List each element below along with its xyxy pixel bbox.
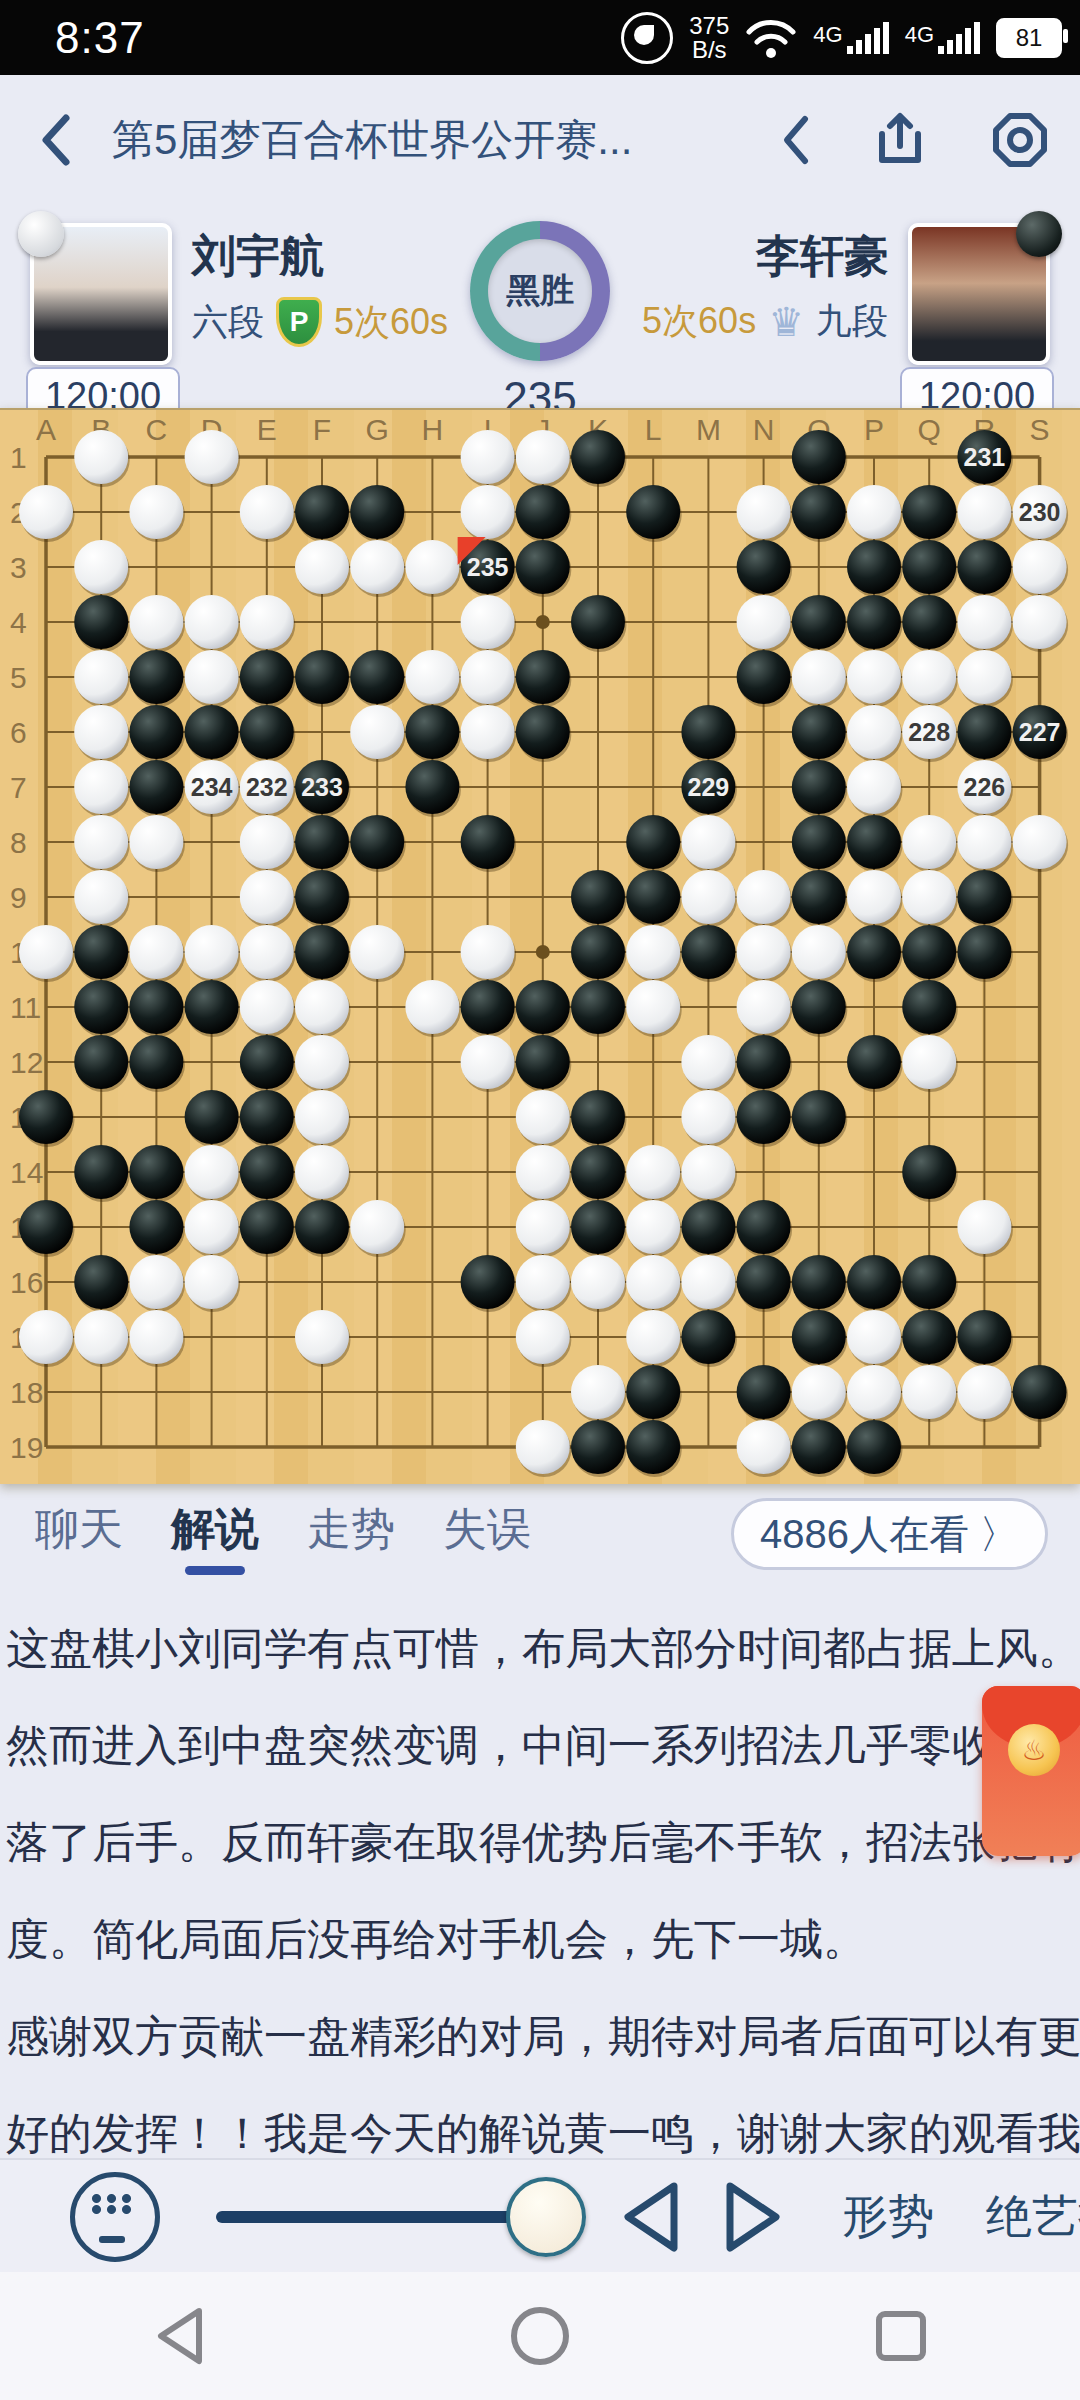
svg-text:8: 8 bbox=[10, 826, 27, 859]
svg-text:19: 19 bbox=[10, 1431, 43, 1464]
right-byoyomi: 5次60s bbox=[642, 297, 756, 346]
left-byoyomi: 5次60s bbox=[334, 298, 448, 347]
share-icon[interactable] bbox=[872, 112, 928, 168]
svg-text:1: 1 bbox=[10, 441, 27, 474]
red-envelope-icon[interactable]: ♨ bbox=[982, 1686, 1080, 1856]
white-stone-badge bbox=[18, 211, 64, 257]
svg-text:3: 3 bbox=[10, 551, 27, 584]
shield-badge-icon: P bbox=[276, 297, 322, 347]
svg-text:235: 235 bbox=[467, 553, 509, 581]
header-bar: 第5届梦百合杯世界公开赛... bbox=[0, 75, 1080, 205]
svg-text:L: L bbox=[645, 413, 662, 446]
svg-text:S: S bbox=[1030, 413, 1050, 446]
move-slider[interactable] bbox=[216, 2211, 546, 2223]
commentary-line: 感谢双方贡献一盘精彩的对局，期待对局者后面可以有更 bbox=[0, 1988, 1080, 2085]
svg-text:6: 6 bbox=[10, 716, 27, 749]
svg-text:F: F bbox=[313, 413, 331, 446]
network-speed: 375 B/s bbox=[689, 14, 729, 62]
svg-text:11: 11 bbox=[10, 991, 41, 1024]
right-player-info: 5次60s ♛ 九段 bbox=[642, 297, 888, 346]
commentary-text: 这盘棋小刘同学有点可惜，布局大部分时间都占据上风。然而进入到中盘突然变调，中间一… bbox=[0, 1600, 1080, 2182]
players-panel: 刘宇航 六段 P 5次60s 120:00 黑胜 235 李轩豪 5次60s ♛… bbox=[0, 205, 1080, 405]
crown-icon: ♛ bbox=[768, 299, 804, 345]
signal-bars-1 bbox=[847, 22, 889, 54]
next-button[interactable] bbox=[720, 2178, 790, 2256]
svg-text:A: A bbox=[36, 413, 56, 446]
svg-text:228: 228 bbox=[908, 718, 950, 746]
svg-text:N: N bbox=[753, 413, 775, 446]
tab-4[interactable]: 失误 bbox=[443, 1500, 531, 1569]
svg-text:227: 227 bbox=[1019, 718, 1061, 746]
right-player-rank: 九段 bbox=[816, 297, 888, 346]
svg-text:4: 4 bbox=[10, 606, 27, 639]
situation-button[interactable]: 形势 bbox=[842, 2186, 934, 2248]
status-icons: 375 B/s 4G 4G 81 bbox=[621, 12, 1062, 64]
svg-text:233: 233 bbox=[301, 773, 343, 801]
android-nav-bar bbox=[0, 2272, 1080, 2400]
svg-text:P: P bbox=[864, 413, 884, 446]
viewers-pill[interactable]: 4886人在看〉 bbox=[731, 1498, 1048, 1570]
avatar-white-player[interactable] bbox=[908, 223, 1050, 365]
bottom-toolbar: 形势 绝艺推荐 bbox=[0, 2158, 1080, 2274]
nav-recents-icon[interactable] bbox=[871, 2306, 931, 2366]
slider-thumb[interactable] bbox=[506, 2177, 586, 2257]
wifi-icon bbox=[745, 16, 797, 60]
result-label: 黑胜 bbox=[488, 239, 592, 343]
go-board-svg: ABCDEFGHIJKLMNOPQRS123456789101112131415… bbox=[0, 410, 1080, 1484]
clock: 8:37 bbox=[55, 13, 145, 63]
tab-1[interactable]: 聊天 bbox=[35, 1500, 123, 1569]
black-stone-badge bbox=[1016, 211, 1062, 257]
commentary-line: 这盘棋小刘同学有点可惜，布局大部分时间都占据上风。 bbox=[0, 1600, 1080, 1697]
commentary-line: 度。简化局面后没再给对手机会，先下一城。 bbox=[0, 1891, 1080, 1988]
nav-back-icon[interactable] bbox=[149, 2303, 209, 2369]
settings-icon[interactable] bbox=[990, 110, 1050, 170]
nav-home-icon[interactable] bbox=[507, 2303, 573, 2369]
svg-text:18: 18 bbox=[10, 1376, 43, 1409]
app-screen: 8:37 375 B/s 4G 4G 81 bbox=[0, 0, 1080, 2400]
left-player-name: 刘宇航 bbox=[192, 227, 324, 286]
svg-text:7: 7 bbox=[10, 771, 27, 804]
svg-text:H: H bbox=[422, 413, 444, 446]
svg-text:14: 14 bbox=[10, 1156, 43, 1189]
right-player-name: 李轩豪 bbox=[756, 227, 888, 286]
signal-bars-2 bbox=[938, 22, 980, 54]
prev-move-icon[interactable] bbox=[780, 114, 810, 166]
tab-3[interactable]: 走势 bbox=[307, 1500, 395, 1569]
prev-button[interactable] bbox=[614, 2178, 684, 2256]
avatar-black-player[interactable] bbox=[30, 223, 172, 365]
back-icon[interactable] bbox=[38, 112, 72, 168]
svg-text:C: C bbox=[146, 413, 168, 446]
result-ring: 黑胜 bbox=[470, 221, 610, 361]
page-title: 第5届梦百合杯世界公开赛... bbox=[112, 112, 632, 168]
svg-text:229: 229 bbox=[688, 773, 730, 801]
svg-text:226: 226 bbox=[964, 773, 1006, 801]
commentary-line: 然而进入到中盘突然变调，中间一系列招法几乎零收获还 bbox=[0, 1697, 1080, 1794]
svg-text:E: E bbox=[257, 413, 277, 446]
network-type-1: 4G bbox=[813, 22, 842, 48]
tab-2[interactable]: 解说 bbox=[171, 1500, 259, 1569]
svg-text:232: 232 bbox=[246, 773, 288, 801]
left-player-rank: 六段 bbox=[192, 298, 264, 347]
svg-text:12: 12 bbox=[10, 1046, 43, 1079]
svg-text:234: 234 bbox=[191, 773, 233, 801]
commentary-line: 落了后手。反而轩豪在取得优势后毫不手软，招法张弛有 bbox=[0, 1794, 1080, 1891]
svg-text:5: 5 bbox=[10, 661, 27, 694]
eye-protection-icon bbox=[621, 12, 673, 64]
svg-text:231: 231 bbox=[964, 443, 1006, 471]
svg-text:9: 9 bbox=[10, 881, 27, 914]
battery-indicator: 81 bbox=[996, 18, 1062, 58]
svg-text:230: 230 bbox=[1019, 498, 1061, 526]
svg-text:M: M bbox=[696, 413, 721, 446]
svg-text:G: G bbox=[366, 413, 389, 446]
left-player-info: 六段 P 5次60s bbox=[192, 297, 448, 347]
svg-text:16: 16 bbox=[10, 1266, 43, 1299]
network-type-2: 4G bbox=[905, 22, 934, 48]
status-bar: 8:37 375 B/s 4G 4G 81 bbox=[0, 0, 1080, 75]
svg-text:Q: Q bbox=[918, 413, 941, 446]
keyboard-icon[interactable] bbox=[70, 2172, 160, 2262]
tab-bar: 聊天解说走势失误4886人在看〉 bbox=[0, 1490, 1080, 1578]
ai-recommend-button[interactable]: 绝艺推荐 bbox=[986, 2186, 1080, 2248]
go-board[interactable]: ABCDEFGHIJKLMNOPQRS123456789101112131415… bbox=[0, 408, 1080, 1484]
